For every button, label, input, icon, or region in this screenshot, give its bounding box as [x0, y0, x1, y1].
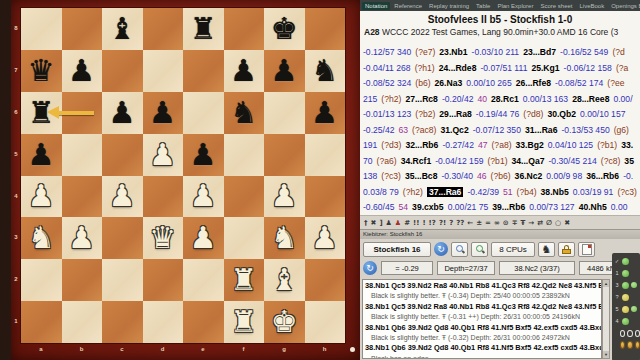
eval-token: 0.03/8 79: [363, 187, 399, 197]
move-token[interactable]: 28.Rc1: [491, 94, 519, 104]
notation-line: 0.03/8 79(?h2)37...Ra6-0.42/3951(?b4)38.…: [363, 185, 640, 201]
square-c2[interactable]: [102, 259, 143, 301]
square-h7[interactable]: ♞: [305, 50, 346, 92]
eval-token: -0.12/57 340: [363, 47, 411, 57]
square-f4[interactable]: [224, 176, 265, 218]
square-h4[interactable]: [305, 176, 346, 218]
rank-label-7: 7: [11, 67, 21, 73]
square-h6[interactable]: ♟: [305, 92, 346, 134]
dot-row-glyph: 1: [614, 270, 620, 276]
annotation-symbol[interactable]: !?: [429, 219, 436, 227]
dot-row-glyph: ?: [614, 294, 620, 300]
annotation-symbol[interactable]: ⇄: [537, 219, 543, 227]
current-move[interactable]: 37...Ra6: [427, 187, 464, 197]
engine-status-dots: ✓13?54: [612, 253, 640, 360]
tab-plan-explorer[interactable]: Plan Explorer: [494, 2, 536, 10]
analysis-zoom-in-button[interactable]: [471, 242, 488, 257]
square-h2[interactable]: [305, 259, 346, 301]
move-token[interactable]: 33.: [621, 140, 633, 150]
eval-token: -0.: [623, 171, 633, 181]
eval-token: (?d3): [381, 140, 401, 150]
annotation-symbol[interactable]: !: [422, 219, 425, 227]
square-b5[interactable]: [62, 134, 103, 176]
eval-token: (?a8): [491, 140, 511, 150]
black-pawn-c6[interactable]: ♟: [109, 98, 136, 128]
move-token[interactable]: 40.Nh5: [579, 202, 607, 212]
square-d2[interactable]: [143, 259, 184, 301]
eval-token: -0.60/45: [363, 202, 395, 212]
annotation-symbol[interactable]: →: [528, 219, 534, 227]
annotation-symbol[interactable]: ?!: [439, 219, 446, 227]
black-knight-f6[interactable]: ♞: [230, 98, 257, 128]
engine-variation[interactable]: 38.Nb1 Qc5 39.Nd2 Ra8 40.Nb1 Rb8 41.Qc3 …: [365, 281, 599, 291]
eval-token: -0.08/52 174: [555, 78, 603, 88]
status-dot-row: 3: [614, 280, 640, 290]
dot-row-glyph: 3: [614, 282, 620, 288]
square-c8[interactable]: ♝: [102, 8, 143, 50]
eval-token: 0.00/10 157: [580, 109, 625, 119]
dot-row-glyph: 5: [614, 306, 620, 312]
move-token[interactable]: 39.cxb5: [412, 202, 444, 212]
kibitzer-titlebar[interactable]: Kiebitzer: Stockfish 16: [360, 230, 640, 239]
eval-token: 0.00/: [613, 94, 632, 104]
annotation-symbol[interactable]: !!: [413, 219, 419, 227]
square-a4[interactable]: ♟: [21, 176, 62, 218]
square-c5[interactable]: [102, 134, 143, 176]
engine-status-icon[interactable]: ↻: [363, 261, 377, 275]
square-f5[interactable]: [224, 134, 265, 176]
notation-line: -0.01/13 123(?b2)29...Ra8-0.19/44 76(?d8…: [363, 107, 640, 123]
black-pawn-a5[interactable]: ♟: [28, 140, 55, 170]
square-a3[interactable]: ♞: [21, 217, 62, 259]
eval-token: 0.00/13 163: [523, 94, 568, 104]
square-h8[interactable]: [305, 8, 346, 50]
move-token[interactable]: 24...Rde8: [439, 63, 477, 73]
eval-token: 215: [363, 94, 377, 104]
move-token[interactable]: 29...Ra8: [439, 109, 472, 119]
square-g1[interactable]: ♚: [264, 301, 305, 343]
tab-replay-training[interactable]: Replay training: [426, 2, 472, 10]
annotation-symbol[interactable]: ?: [449, 219, 453, 227]
square-g3[interactable]: ♞: [264, 217, 305, 259]
file-label-b: b: [76, 346, 88, 352]
eval-token: 47: [478, 140, 488, 150]
ring-dot-icon: [627, 330, 632, 337]
square-g6[interactable]: [264, 92, 305, 134]
white-knight-g3[interactable]: ♞: [271, 223, 298, 253]
square-d5[interactable]: ♟: [143, 134, 184, 176]
square-b7[interactable]: ♟: [62, 50, 103, 92]
square-a5[interactable]: ♟: [21, 134, 62, 176]
engine-select-button[interactable]: Stockfish 16: [363, 242, 431, 257]
eval-token: -0.03/10 211: [472, 47, 520, 57]
square-g8[interactable]: ♚: [264, 8, 305, 50]
ring-dot-icon: [635, 330, 640, 337]
square-f2[interactable]: ♜: [224, 259, 265, 301]
file-label-e: e: [197, 346, 209, 352]
square-f7[interactable]: ♟: [224, 50, 265, 92]
rank-label-3: 3: [11, 234, 21, 240]
square-c3[interactable]: [102, 217, 143, 259]
square-a1[interactable]: [21, 301, 62, 343]
eval-token: 0.00/9 98: [546, 171, 582, 181]
file-label-c: c: [116, 346, 128, 352]
engine-variation[interactable]: 38.Nb1 Qb6 39.Nd2 Qd8 40.Qb1 Rf8 41.Nf5 …: [365, 343, 599, 353]
white-pawn-e4[interactable]: ♟: [190, 181, 217, 211]
status-dot-row: [614, 340, 640, 350]
black-knight-h7[interactable]: ♞: [311, 56, 338, 86]
yellow-dot-icon: [622, 294, 629, 301]
annotation-symbol[interactable]: ∅: [546, 219, 552, 227]
tab-livebook[interactable]: LiveBook: [576, 2, 607, 10]
square-f1[interactable]: ♜: [224, 301, 265, 343]
scroll-up-icon[interactable]: ▲: [603, 280, 609, 287]
white-pawn-b3[interactable]: ♟: [68, 223, 95, 253]
square-g4[interactable]: ♟: [264, 176, 305, 218]
scroll-down-icon[interactable]: ▼: [603, 351, 609, 358]
eval-token: 51: [503, 187, 513, 197]
eval-token: -0.30/45 214: [549, 156, 597, 166]
black-pawn-d6[interactable]: ♟: [149, 98, 176, 128]
engine-info: Black is slightly better. Ŧ (-0.32) Dept…: [365, 333, 599, 343]
kibitzer-toolbar: Stockfish 16 ↻ 8 CPUs ♞: [360, 239, 640, 259]
eval-token: (?b6): [491, 171, 511, 181]
eval-token: -0.16/52 549: [560, 47, 608, 57]
white-rook-f1[interactable]: ♜: [230, 307, 257, 337]
annotation-symbol[interactable]: ✖: [371, 219, 377, 227]
eval-token: 0.00/10 265: [466, 78, 511, 88]
eval-token: 63: [399, 125, 409, 135]
square-e7[interactable]: [183, 50, 224, 92]
move-token[interactable]: 39...Rb6: [492, 202, 525, 212]
white-king-g1[interactable]: ♚: [271, 307, 298, 337]
white-knight-a3[interactable]: ♞: [28, 223, 55, 253]
eval-token: (?c8): [601, 156, 621, 166]
next-best-button[interactable]: ♞: [538, 242, 555, 257]
white-queen-d3[interactable]: ♛: [149, 223, 176, 253]
eval-token: (?h2): [403, 187, 423, 197]
notation-line: -0.60/455439.cxb50.00/21 7539...Rb60.00/…: [363, 200, 640, 215]
eval-token: (?c3): [381, 171, 401, 181]
eval-token: (?b4): [517, 187, 537, 197]
square-b8[interactable]: [62, 8, 103, 50]
move-token[interactable]: 34.Rcf1: [401, 156, 432, 166]
eval-token: (?b2): [415, 109, 435, 119]
black-pawn-e5[interactable]: ♟: [190, 140, 217, 170]
annotation-symbol[interactable]: †: [364, 219, 368, 227]
eval-token: -0.27/42: [442, 140, 474, 150]
eval-token: (?h2): [381, 94, 401, 104]
eval-token: -0.42/39: [467, 187, 499, 197]
move-token[interactable]: 35: [624, 156, 634, 166]
engine-refresh-icon[interactable]: ↻: [434, 242, 448, 256]
annotation-symbol[interactable]: Ŧ: [521, 219, 526, 227]
amber-dot-icon: [620, 341, 626, 349]
move-token[interactable]: 31...Ra6: [525, 125, 558, 135]
black-king-g8[interactable]: ♚: [271, 14, 298, 44]
annotation-symbol[interactable]: ♟: [386, 219, 392, 227]
annotation-symbol[interactable]: =: [485, 219, 491, 227]
square-h1[interactable]: [305, 301, 346, 343]
move-token[interactable]: 23.Nb1: [439, 47, 467, 57]
square-a2[interactable]: [21, 259, 62, 301]
eval-token: -0.30/40: [441, 171, 473, 181]
file-label-a: a: [35, 346, 47, 352]
square-f8[interactable]: [224, 8, 265, 50]
eval-token: (?b1): [487, 156, 507, 166]
eval-token: -0.06/12 158: [564, 63, 612, 73]
square-b3[interactable]: ♟: [62, 217, 103, 259]
annotation-toolbar: †✖]♟♟#!!!!??!???←±=∞⊙∓Ŧ→⇄∅○✖: [360, 215, 640, 229]
file-label-d: d: [157, 346, 169, 352]
square-b1[interactable]: [62, 301, 103, 343]
notation-line: -0.12/57 340(?e7)23.Nb1-0.03/10 21123...…: [363, 45, 640, 61]
eval-token: -0.01/13 123: [363, 109, 411, 119]
eval-token: 191: [363, 140, 377, 150]
eval-token: (?c3): [617, 187, 637, 197]
square-e4[interactable]: ♟: [183, 176, 224, 218]
square-c7[interactable]: [102, 50, 143, 92]
tab-openings-book[interactable]: Openings Book: [608, 2, 640, 10]
move-token[interactable]: 28...Ree8: [572, 94, 609, 104]
eval-token: 54: [399, 202, 409, 212]
square-e3[interactable]: ♟: [183, 217, 224, 259]
square-d3[interactable]: ♛: [143, 217, 184, 259]
status-dot-row: 5: [614, 304, 640, 314]
kibitzer-window: Kiebitzer: Stockfish 16 Stockfish 16 ↻ 8…: [360, 229, 640, 360]
eval-token: -0.25/42: [363, 125, 395, 135]
eval-token: 0.03/19 91: [573, 187, 614, 197]
notation-pane[interactable]: -0.12/57 340(?e7)23.Nb1-0.03/10 21123...…: [360, 44, 640, 215]
square-d6[interactable]: ♟: [143, 92, 184, 134]
annotation-symbol[interactable]: ←: [467, 219, 473, 227]
square-e6[interactable]: [183, 92, 224, 134]
window-edge: [0, 0, 11, 360]
eval-token: 0.00/21 75: [448, 202, 489, 212]
white-pawn-g4[interactable]: ♟: [271, 181, 298, 211]
status-dot-row: ✓: [614, 256, 640, 266]
analysis-zoom-out-button[interactable]: [451, 242, 468, 257]
engine-info: Black has an edge.: [365, 354, 599, 359]
square-e1[interactable]: [183, 301, 224, 343]
move-token[interactable]: 35...Bc8: [405, 171, 438, 181]
annotation-symbol[interactable]: ∓: [512, 219, 518, 227]
eval-token: 46: [477, 171, 487, 181]
engine-info: Black is slightly better. Ŧ (-0.34) Dept…: [365, 291, 599, 301]
status-dot-row: 1: [614, 268, 640, 278]
status-dot-row: 4: [614, 316, 640, 326]
file-label-g: g: [278, 346, 290, 352]
eval-token: (?b1): [597, 140, 617, 150]
annotation-symbol[interactable]: ??: [456, 219, 464, 227]
eval-token: 70: [363, 156, 373, 166]
eval-token: -0.07/51 111: [480, 63, 527, 73]
eval-token: -0.08/52 324: [363, 78, 411, 88]
black-queen-a7[interactable]: ♛: [28, 56, 55, 86]
move-token[interactable]: 36...Rb6: [586, 171, 619, 181]
knight-icon: ♞: [542, 244, 552, 255]
annotation-symbol[interactable]: ]: [379, 219, 382, 227]
black-pawn-f7[interactable]: ♟: [230, 56, 257, 86]
green-dot-icon: [622, 258, 629, 265]
engine-list-scrollbar[interactable]: ▲ ▼: [602, 279, 610, 359]
move-token[interactable]: 25.Kg1: [531, 63, 559, 73]
square-h5[interactable]: [305, 134, 346, 176]
eval-token: (?h1): [415, 63, 435, 73]
analysis-panel: NotationReferenceReplay trainingTablePla…: [360, 0, 640, 360]
white-pawn-a4[interactable]: ♟: [28, 181, 55, 211]
evaluation-value: = -0.29: [381, 261, 433, 275]
green-dot-icon: [622, 270, 629, 277]
notation-line: 191(?d3)32...Rb6-0.27/4247(?a8)33.Bg20.0…: [363, 138, 640, 154]
file-label-f: f: [238, 346, 250, 352]
rank-label-2: 2: [11, 276, 21, 282]
eval-token: (?ee: [607, 78, 624, 88]
eval-token: -0.13/53 450: [561, 125, 609, 135]
annotation-symbol[interactable]: ∞: [494, 219, 500, 227]
black-pawn-h6[interactable]: ♟: [311, 98, 338, 128]
rank-label-6: 6: [11, 109, 21, 115]
square-g2[interactable]: ♝: [264, 259, 305, 301]
notation-line: 215(?h2)27...Rc8-0.20/424028.Rc10.00/13 …: [363, 92, 640, 108]
chess-board-frame: ♝♜♚♛♟♟♟♞♜♟♟♞♟♟♟♟♟♟♟♟♞♟♛♟♞♟♜♝♜♚ 87654321 …: [11, 0, 360, 360]
move-token[interactable]: 36.Nc2: [515, 171, 543, 181]
white-bishop-g2[interactable]: ♝: [271, 265, 298, 295]
square-b4[interactable]: [62, 176, 103, 218]
file-label-h: h: [319, 346, 331, 352]
tab-reference[interactable]: Reference: [391, 2, 425, 10]
black-bishop-c8[interactable]: ♝: [109, 14, 136, 44]
move-token[interactable]: 26...Rfe8: [516, 78, 551, 88]
white-pawn-c4[interactable]: ♟: [109, 181, 136, 211]
move-token[interactable]: 32...Rb6: [405, 140, 438, 150]
square-d4[interactable]: [143, 176, 184, 218]
notation-line: 70(?a6)34.Rcf1-0.04/12 159(?b1)34...Qa7-…: [363, 154, 640, 170]
eval-token: (?d8): [523, 109, 543, 119]
eval-token: 138: [363, 171, 377, 181]
square-d7[interactable]: [143, 50, 184, 92]
eval-token: (?ac8): [412, 125, 436, 135]
eval-token: (?e7): [415, 47, 435, 57]
eval-token: (?a: [616, 63, 628, 73]
notation-line: -0.08/52 324(b6)26.Na30.00/10 26526...Rf…: [363, 76, 640, 92]
square-a8[interactable]: [21, 8, 62, 50]
lock-button[interactable]: [558, 242, 575, 257]
annotation-symbol[interactable]: #: [404, 219, 410, 227]
engine-variation[interactable]: 38.Nb1 Qb6 39.Nd2 Qd8 40.Qb1 Rf8 41.Nf5 …: [365, 323, 599, 333]
current-move-value: 38.Nc2 (3/37): [499, 261, 575, 275]
white-pawn-e3[interactable]: ♟: [190, 223, 217, 253]
tab-notation[interactable]: Notation: [362, 2, 390, 10]
kibitzer-stats: ↻ = -0.29 Depth=27/37 38.Nc2 (3/37) 4486…: [360, 259, 640, 277]
status-dot-row: ?: [614, 292, 640, 302]
eval-token: 0.04/10 125: [548, 140, 593, 150]
chess-board[interactable]: ♝♜♚♛♟♟♟♞♜♟♟♞♟♟♟♟♟♟♟♟♞♟♛♟♞♟♜♝♜♚: [21, 8, 345, 343]
depth-value: Depth=27/37: [437, 261, 495, 275]
amber-dot-icon: [627, 341, 633, 349]
square-g7[interactable]: ♟: [264, 50, 305, 92]
notation-line: -0.25/4263(?ac8)31.Qc2-0.07/12 35031...R…: [363, 123, 640, 139]
square-c4[interactable]: ♟: [102, 176, 143, 218]
square-h3[interactable]: ♟: [305, 217, 346, 259]
magnifier-green-icon: [476, 245, 484, 253]
eval-token: 0.00/73 127: [529, 202, 574, 212]
square-a7[interactable]: ♛: [21, 50, 62, 92]
black-rook-e8[interactable]: ♜: [190, 14, 217, 44]
move-token[interactable]: 23...Bd7: [523, 47, 556, 57]
square-f6[interactable]: ♞: [224, 92, 265, 134]
game-title: Stoofvlees II b5 - Stockfish 1-0: [360, 14, 640, 25]
move-token[interactable]: 27...Rc8: [405, 94, 438, 104]
move-token[interactable]: 31.Qc2: [440, 125, 468, 135]
board-resize-dot: [350, 347, 355, 352]
square-e8[interactable]: ♜: [183, 8, 224, 50]
engine-lines-list[interactable]: 38.Nb1 Qc5 39.Nd2 Ra8 40.Nb1 Rb8 41.Qc3 …: [362, 279, 602, 359]
green2-dot-icon: [631, 306, 637, 312]
square-c1[interactable]: [102, 301, 143, 343]
rank-label-1: 1: [11, 318, 21, 324]
move-token[interactable]: 34...Qa7: [512, 156, 545, 166]
engine-info: Black is slightly better. Ŧ (-0.31 ++) D…: [365, 312, 599, 322]
move-token[interactable]: 38.Nb5: [541, 187, 569, 197]
ring-dot-icon: [620, 330, 625, 337]
square-g5[interactable]: [264, 134, 305, 176]
annotation-symbol[interactable]: ✖: [564, 219, 570, 227]
status-dot-row: [614, 328, 640, 338]
square-b2[interactable]: [62, 259, 103, 301]
square-d1[interactable]: [143, 301, 184, 343]
square-d8[interactable]: [143, 8, 184, 50]
annotate-button[interactable]: [578, 242, 595, 257]
move-token[interactable]: 30.Qb2: [547, 109, 576, 119]
eval-token: -0.07/12 350: [473, 125, 521, 135]
chessbase-app: ♝♜♚♛♟♟♟♞♜♟♟♞♟♟♟♟♟♟♟♟♞♟♛♟♞♟♜♝♜♚ 87654321 …: [0, 0, 640, 360]
white-pawn-d5[interactable]: ♟: [149, 140, 176, 170]
cpus-button[interactable]: 8 CPUs: [491, 242, 535, 257]
annotation-symbol[interactable]: ⊙: [503, 219, 509, 227]
dot-row-glyph: ✓: [614, 258, 620, 264]
eval-token: -0.04/11 268: [363, 63, 411, 73]
move-token[interactable]: 26.Na3: [435, 78, 463, 88]
arrow-shaft: [58, 111, 94, 115]
game-header: Stoofvlees II b5 - Stockfish 1-0 A28 WCC…: [360, 11, 640, 45]
amber-dot-icon: [635, 341, 640, 349]
rank-label-8: 8: [11, 25, 21, 31]
white-pawn-h3[interactable]: ♟: [311, 223, 338, 253]
arrow-head-icon: [47, 106, 59, 119]
note-icon: [582, 244, 592, 255]
tab-table[interactable]: Table: [473, 2, 493, 10]
annotation-symbol[interactable]: ♟: [395, 219, 401, 227]
white-rook-f2[interactable]: ♜: [230, 265, 257, 295]
square-f3[interactable]: [224, 217, 265, 259]
eval-token: (?a6): [377, 156, 397, 166]
black-pawn-b7[interactable]: ♟: [68, 56, 95, 86]
move-token[interactable]: 33.Bg2: [516, 140, 544, 150]
square-e2[interactable]: [183, 259, 224, 301]
notation-line: 138(?c3)35...Bc8-0.30/4046(?b6)36.Nc20.0…: [363, 169, 640, 185]
black-pawn-g7[interactable]: ♟: [271, 56, 298, 86]
engine-variation[interactable]: 38.Nb1 Qc5 39.Nd2 Ra8 40.Nb1 Rb8 41.Qc3 …: [365, 302, 599, 312]
dot-row-glyph: 4: [614, 318, 620, 324]
tab-score-sheet[interactable]: Score sheet: [537, 2, 575, 10]
lock-icon: [562, 245, 571, 254]
square-c6[interactable]: ♟: [102, 92, 143, 134]
square-e5[interactable]: ♟: [183, 134, 224, 176]
annotation-symbol[interactable]: ±: [476, 219, 482, 227]
eval-token: (?d: [612, 47, 624, 57]
annotation-symbol[interactable]: ○: [555, 219, 561, 227]
